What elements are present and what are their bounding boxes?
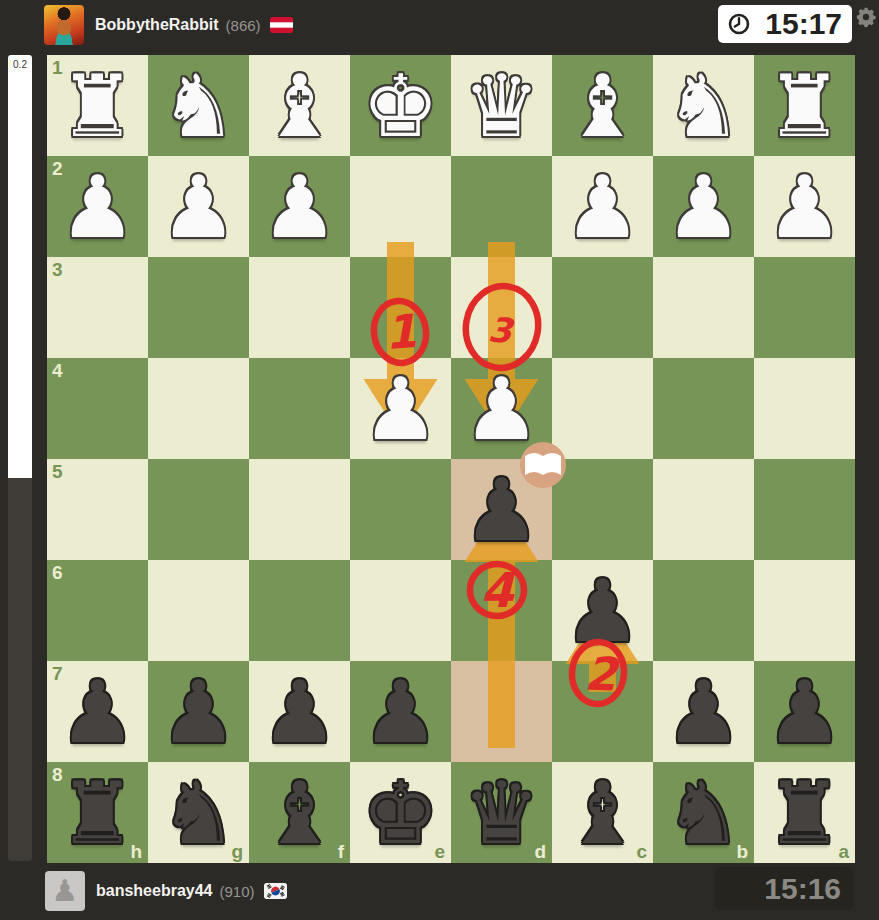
square-d1[interactable]: [451, 55, 552, 156]
game-page: BobbytheRabbit (866) 15:17 0.2 12345678h…: [0, 0, 879, 920]
square-g3[interactable]: [148, 257, 249, 358]
square-g8[interactable]: g: [148, 762, 249, 863]
square-c4[interactable]: [552, 358, 653, 459]
square-c6[interactable]: [552, 560, 653, 661]
square-c5[interactable]: [552, 459, 653, 560]
square-e6[interactable]: [350, 560, 451, 661]
austria-flag-icon: [270, 17, 293, 33]
square-f8[interactable]: f: [249, 762, 350, 863]
square-b5[interactable]: [653, 459, 754, 560]
eval-score: 0.2: [8, 59, 32, 70]
square-f4[interactable]: [249, 358, 350, 459]
eval-white-portion: [8, 55, 32, 478]
file-label-f: f: [338, 842, 344, 861]
square-a3[interactable]: [754, 257, 855, 358]
rank-label-6: 6: [52, 563, 63, 582]
top-clock-time: 15:17: [765, 7, 842, 41]
square-g1[interactable]: [148, 55, 249, 156]
square-a5[interactable]: [754, 459, 855, 560]
top-player-rating: (866): [226, 17, 261, 34]
square-a8[interactable]: a: [754, 762, 855, 863]
square-e7[interactable]: [350, 661, 451, 762]
square-d2[interactable]: [451, 156, 552, 257]
square-h7[interactable]: 7: [47, 661, 148, 762]
rank-label-1: 1: [52, 58, 63, 77]
square-g4[interactable]: [148, 358, 249, 459]
square-f7[interactable]: [249, 661, 350, 762]
chess-board: 12345678hgfedcba ♜♞♝♚♛♝♞♜♟♟♟♟♟♟♟♟♟♟♟♟♟♟♟…: [47, 55, 855, 863]
square-d3[interactable]: [451, 257, 552, 358]
square-e3[interactable]: [350, 257, 451, 358]
south-korea-flag-icon: [264, 883, 287, 899]
square-d4[interactable]: [451, 358, 552, 459]
square-g5[interactable]: [148, 459, 249, 560]
square-d5[interactable]: [451, 459, 552, 560]
bottom-player-clock: 15:16: [715, 867, 853, 910]
square-b3[interactable]: [653, 257, 754, 358]
square-d8[interactable]: d: [451, 762, 552, 863]
square-c8[interactable]: c: [552, 762, 653, 863]
square-b8[interactable]: b: [653, 762, 754, 863]
square-a6[interactable]: [754, 560, 855, 661]
square-b1[interactable]: [653, 55, 754, 156]
file-label-d: d: [534, 842, 546, 861]
top-player-name[interactable]: BobbytheRabbit: [95, 16, 219, 34]
square-e4[interactable]: [350, 358, 451, 459]
evaluation-bar: 0.2: [8, 55, 32, 861]
square-h8[interactable]: 8h: [47, 762, 148, 863]
square-h6[interactable]: 6: [47, 560, 148, 661]
square-d6[interactable]: [451, 560, 552, 661]
clock-icon: [727, 12, 751, 36]
file-label-a: a: [838, 842, 849, 861]
square-b4[interactable]: [653, 358, 754, 459]
square-a2[interactable]: [754, 156, 855, 257]
square-b2[interactable]: [653, 156, 754, 257]
rank-label-5: 5: [52, 462, 63, 481]
bottom-player-rating: (910): [220, 883, 255, 900]
square-e8[interactable]: e: [350, 762, 451, 863]
file-label-h: h: [130, 842, 142, 861]
square-a1[interactable]: [754, 55, 855, 156]
top-player-avatar[interactable]: [44, 5, 84, 45]
square-c3[interactable]: [552, 257, 653, 358]
square-h4[interactable]: 4: [47, 358, 148, 459]
bottom-clock-time: 15:16: [764, 872, 841, 906]
rank-label-8: 8: [52, 765, 63, 784]
square-f1[interactable]: [249, 55, 350, 156]
square-e1[interactable]: [350, 55, 451, 156]
square-a7[interactable]: [754, 661, 855, 762]
square-g2[interactable]: [148, 156, 249, 257]
square-c7[interactable]: [552, 661, 653, 762]
rank-label-2: 2: [52, 159, 63, 178]
file-label-g: g: [231, 842, 243, 861]
rank-label-3: 3: [52, 260, 63, 279]
rank-label-4: 4: [52, 361, 63, 380]
square-a4[interactable]: [754, 358, 855, 459]
square-f2[interactable]: [249, 156, 350, 257]
board-squares-layer: 12345678hgfedcba: [47, 55, 855, 863]
top-player-clock: 15:17: [718, 5, 852, 43]
default-pawn-avatar-icon: ♟: [52, 876, 79, 906]
square-e5[interactable]: [350, 459, 451, 560]
file-label-b: b: [736, 842, 748, 861]
square-d7[interactable]: [451, 661, 552, 762]
rank-label-7: 7: [52, 664, 63, 683]
file-label-c: c: [636, 842, 647, 861]
square-b7[interactable]: [653, 661, 754, 762]
file-label-e: e: [434, 842, 445, 861]
bottom-player-avatar[interactable]: ♟: [45, 871, 85, 911]
square-e2[interactable]: [350, 156, 451, 257]
square-b6[interactable]: [653, 560, 754, 661]
settings-gear-icon[interactable]: [855, 6, 877, 28]
square-c2[interactable]: [552, 156, 653, 257]
square-f6[interactable]: [249, 560, 350, 661]
square-h5[interactable]: 5: [47, 459, 148, 560]
square-f5[interactable]: [249, 459, 350, 560]
square-h3[interactable]: 3: [47, 257, 148, 358]
square-g6[interactable]: [148, 560, 249, 661]
square-f3[interactable]: [249, 257, 350, 358]
square-h2[interactable]: 2: [47, 156, 148, 257]
square-h1[interactable]: 1: [47, 55, 148, 156]
square-c1[interactable]: [552, 55, 653, 156]
bottom-player-name[interactable]: bansheebray44: [96, 882, 213, 900]
square-g7[interactable]: [148, 661, 249, 762]
